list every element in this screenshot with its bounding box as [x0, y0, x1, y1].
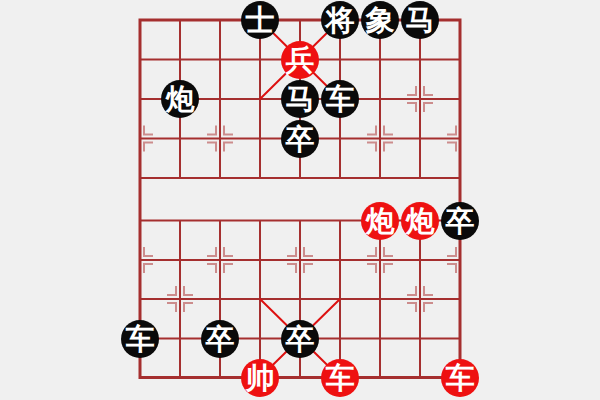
piece-red-cannon-b[interactable]: 炮 [401, 202, 439, 240]
piece-black-soldier-c[interactable]: 卒 [201, 320, 239, 358]
piece-black-elephant[interactable]: 象 [361, 1, 399, 39]
piece-black-soldier-d[interactable]: 卒 [281, 320, 319, 358]
piece-red-chariot-a[interactable]: 车 [321, 359, 359, 397]
xiangqi-board-screen: 士将象马兵炮马车卒炮炮卒车卒卒帅车车 [0, 0, 600, 400]
piece-red-general[interactable]: 帅 [241, 359, 279, 397]
pieces-layer: 士将象马兵炮马车卒炮炮卒车卒卒帅车车 [0, 0, 600, 400]
piece-black-horse-b[interactable]: 马 [281, 80, 319, 118]
piece-black-soldier-a[interactable]: 卒 [281, 120, 319, 158]
piece-black-general[interactable]: 将 [321, 1, 359, 39]
piece-red-chariot-b[interactable]: 车 [441, 359, 479, 397]
piece-black-soldier-b[interactable]: 卒 [441, 202, 479, 240]
piece-black-advisor[interactable]: 士 [241, 1, 279, 39]
piece-black-chariot-a[interactable]: 车 [321, 80, 359, 118]
piece-red-soldier[interactable]: 兵 [281, 41, 319, 79]
piece-black-chariot-b[interactable]: 车 [121, 320, 159, 358]
piece-black-horse-a[interactable]: 马 [401, 1, 439, 39]
piece-black-cannon[interactable]: 炮 [161, 80, 199, 118]
piece-red-cannon-a[interactable]: 炮 [361, 202, 399, 240]
